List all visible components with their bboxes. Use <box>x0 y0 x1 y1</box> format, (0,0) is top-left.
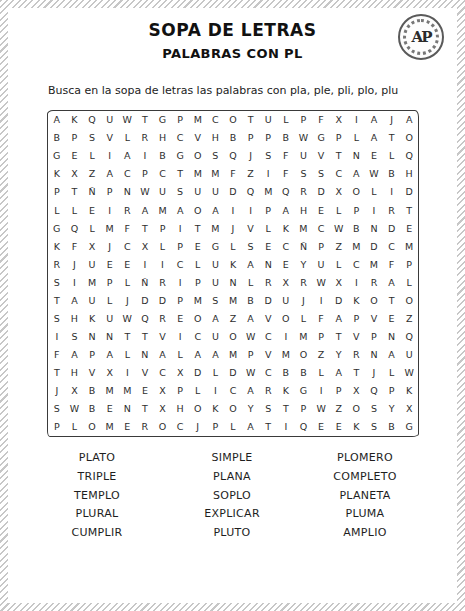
grid-cell[interactable]: I <box>242 201 260 219</box>
grid-cell[interactable]: A <box>383 273 401 291</box>
grid-cell[interactable]: G <box>48 147 66 165</box>
grid-cell[interactable]: W <box>118 111 136 129</box>
grid-cell[interactable]: S <box>312 165 330 183</box>
grid-cell[interactable]: O <box>189 310 207 328</box>
grid-cell[interactable]: T <box>400 201 418 219</box>
grid-cell[interactable]: L <box>242 273 260 291</box>
grid-cell[interactable]: P <box>171 382 189 400</box>
grid-cell[interactable]: A <box>383 346 401 364</box>
grid-cell[interactable]: D <box>400 183 418 201</box>
grid-cell[interactable]: D <box>259 292 277 310</box>
grid-cell[interactable]: O <box>154 418 172 436</box>
grid-cell[interactable]: M <box>365 255 383 273</box>
grid-cell[interactable]: N <box>118 400 136 418</box>
grid-cell[interactable]: W <box>295 129 313 147</box>
grid-cell[interactable]: R <box>136 418 154 436</box>
grid-cell[interactable]: P <box>207 418 225 436</box>
grid-cell[interactable]: P <box>171 111 189 129</box>
grid-cell[interactable]: D <box>383 219 401 237</box>
grid-cell[interactable]: Z <box>312 346 330 364</box>
grid-cell[interactable]: I <box>348 111 366 129</box>
grid-cell[interactable]: P <box>48 183 66 201</box>
grid-cell[interactable]: P <box>330 129 348 147</box>
grid-cell[interactable]: U <box>207 255 225 273</box>
grid-cell[interactable]: C <box>207 111 225 129</box>
grid-cell[interactable]: M <box>154 201 172 219</box>
grid-cell[interactable]: L <box>118 346 136 364</box>
grid-cell[interactable]: K <box>348 292 366 310</box>
grid-cell[interactable]: Z <box>224 310 242 328</box>
grid-cell[interactable]: P <box>83 346 101 364</box>
grid-cell[interactable]: T <box>136 111 154 129</box>
grid-cell[interactable]: S <box>48 310 66 328</box>
grid-cell[interactable]: L <box>118 129 136 147</box>
grid-cell[interactable]: M <box>189 111 207 129</box>
grid-cell[interactable]: R <box>136 129 154 147</box>
grid-cell[interactable]: L <box>154 237 172 255</box>
grid-cell[interactable]: J <box>242 147 260 165</box>
grid-cell[interactable]: C <box>154 165 172 183</box>
grid-cell[interactable]: P <box>312 328 330 346</box>
grid-cell[interactable]: D <box>365 237 383 255</box>
grid-cell[interactable]: T <box>118 328 136 346</box>
grid-cell[interactable]: I <box>171 328 189 346</box>
grid-cell[interactable]: L <box>66 201 84 219</box>
grid-cell[interactable]: X <box>277 273 295 291</box>
grid-cell[interactable]: K <box>277 382 295 400</box>
grid-cell[interactable]: W <box>66 400 84 418</box>
grid-cell[interactable]: B <box>224 129 242 147</box>
grid-cell[interactable]: L <box>365 183 383 201</box>
grid-cell[interactable]: F <box>224 165 242 183</box>
grid-cell[interactable]: L <box>295 310 313 328</box>
grid-cell[interactable]: X <box>330 111 348 129</box>
grid-cell[interactable]: S <box>259 400 277 418</box>
grid-cell[interactable]: G <box>295 382 313 400</box>
grid-cell[interactable]: L <box>259 219 277 237</box>
grid-cell[interactable]: T <box>277 400 295 418</box>
grid-cell[interactable]: N <box>383 328 401 346</box>
grid-cell[interactable]: E <box>83 201 101 219</box>
grid-cell[interactable]: Q <box>242 183 260 201</box>
grid-cell[interactable]: Q <box>83 111 101 129</box>
grid-cell[interactable]: Y <box>242 400 260 418</box>
grid-cell[interactable]: K <box>66 111 84 129</box>
grid-cell[interactable]: N <box>365 346 383 364</box>
grid-cell[interactable]: M <box>295 219 313 237</box>
grid-cell[interactable]: J <box>66 255 84 273</box>
grid-cell[interactable]: P <box>295 400 313 418</box>
grid-cell[interactable]: A <box>101 165 119 183</box>
grid-cell[interactable]: F <box>277 147 295 165</box>
grid-cell[interactable]: P <box>400 255 418 273</box>
grid-cell[interactable]: B <box>348 219 366 237</box>
grid-cell[interactable]: O <box>224 111 242 129</box>
grid-cell[interactable]: B <box>242 292 260 310</box>
grid-cell[interactable]: D <box>312 183 330 201</box>
grid-cell[interactable]: E <box>312 201 330 219</box>
grid-cell[interactable]: C <box>189 328 207 346</box>
grid-cell[interactable]: L <box>330 201 348 219</box>
grid-cell[interactable]: I <box>277 328 295 346</box>
grid-cell[interactable]: S <box>365 400 383 418</box>
grid-cell[interactable]: A <box>66 346 84 364</box>
grid-cell[interactable]: W <box>242 364 260 382</box>
grid-cell[interactable]: E <box>312 418 330 436</box>
grid-cell[interactable]: P <box>101 183 119 201</box>
grid-cell[interactable]: E <box>330 418 348 436</box>
grid-cell[interactable]: Z <box>242 165 260 183</box>
grid-cell[interactable]: X <box>171 364 189 382</box>
grid-cell[interactable]: M <box>277 346 295 364</box>
grid-cell[interactable]: B <box>383 165 401 183</box>
grid-cell[interactable]: P <box>348 310 366 328</box>
grid-cell[interactable]: P <box>101 273 119 291</box>
grid-cell[interactable]: F <box>118 219 136 237</box>
grid-cell[interactable]: A <box>365 129 383 147</box>
grid-cell[interactable]: R <box>259 382 277 400</box>
grid-cell[interactable]: I <box>118 364 136 382</box>
grid-cell[interactable]: X <box>154 400 172 418</box>
grid-cell[interactable]: M <box>118 382 136 400</box>
grid-cell[interactable]: A <box>330 310 348 328</box>
grid-cell[interactable]: T <box>348 364 366 382</box>
grid-cell[interactable]: W <box>118 310 136 328</box>
grid-cell[interactable]: P <box>48 418 66 436</box>
grid-cell[interactable]: P <box>136 165 154 183</box>
grid-cell[interactable]: S <box>207 292 225 310</box>
grid-cell[interactable]: I <box>277 418 295 436</box>
grid-cell[interactable]: O <box>277 310 295 328</box>
grid-cell[interactable]: L <box>189 255 207 273</box>
grid-cell[interactable]: A <box>171 201 189 219</box>
grid-cell[interactable]: L <box>383 147 401 165</box>
grid-cell[interactable]: E <box>400 219 418 237</box>
grid-cell[interactable]: G <box>48 219 66 237</box>
grid-cell[interactable]: Y <box>330 346 348 364</box>
grid-cell[interactable]: H <box>66 364 84 382</box>
grid-cell[interactable]: N <box>259 255 277 273</box>
grid-cell[interactable]: M <box>189 165 207 183</box>
grid-cell[interactable]: H <box>400 165 418 183</box>
grid-cell[interactable]: M <box>101 418 119 436</box>
grid-cell[interactable]: W <box>312 400 330 418</box>
grid-cell[interactable]: O <box>83 418 101 436</box>
grid-cell[interactable]: M <box>101 219 119 237</box>
grid-cell[interactable]: O <box>400 292 418 310</box>
grid-cell[interactable]: B <box>48 129 66 147</box>
grid-cell[interactable]: J <box>189 418 207 436</box>
grid-cell[interactable]: U <box>277 292 295 310</box>
grid-cell[interactable]: M <box>259 183 277 201</box>
grid-cell[interactable]: H <box>171 400 189 418</box>
grid-cell[interactable]: C <box>348 255 366 273</box>
grid-cell[interactable]: S <box>295 165 313 183</box>
grid-cell[interactable]: N <box>348 147 366 165</box>
grid-cell[interactable]: X <box>400 400 418 418</box>
grid-cell[interactable]: B <box>277 129 295 147</box>
grid-cell[interactable]: S <box>259 147 277 165</box>
grid-cell[interactable]: R <box>118 201 136 219</box>
grid-cell[interactable]: G <box>171 147 189 165</box>
grid-cell[interactable]: A <box>118 147 136 165</box>
grid-cell[interactable]: U <box>295 147 313 165</box>
grid-cell[interactable]: A <box>48 111 66 129</box>
grid-cell[interactable]: W <box>242 328 260 346</box>
grid-cell[interactable]: C <box>171 418 189 436</box>
grid-cell[interactable]: T <box>383 129 401 147</box>
grid-cell[interactable]: O <box>189 147 207 165</box>
grid-cell[interactable]: O <box>365 292 383 310</box>
grid-cell[interactable]: R <box>48 255 66 273</box>
grid-cell[interactable]: H <box>154 129 172 147</box>
grid-cell[interactable]: F <box>48 346 66 364</box>
grid-cell[interactable]: Q <box>277 183 295 201</box>
grid-cell[interactable]: P <box>171 237 189 255</box>
grid-cell[interactable]: Q <box>136 310 154 328</box>
grid-cell[interactable]: R <box>348 346 366 364</box>
grid-cell[interactable]: L <box>171 346 189 364</box>
grid-cell[interactable]: X <box>136 237 154 255</box>
grid-cell[interactable]: T <box>171 165 189 183</box>
grid-cell[interactable]: V <box>259 346 277 364</box>
grid-cell[interactable]: L <box>101 292 119 310</box>
grid-cell[interactable]: C <box>118 237 136 255</box>
grid-cell[interactable]: X <box>101 364 119 382</box>
grid-cell[interactable]: N <box>136 346 154 364</box>
grid-cell[interactable]: D <box>189 364 207 382</box>
grid-cell[interactable]: A <box>242 418 260 436</box>
grid-cell[interactable]: Q <box>66 219 84 237</box>
grid-cell[interactable]: L <box>224 418 242 436</box>
grid-cell[interactable]: W <box>400 364 418 382</box>
grid-cell[interactable]: B <box>295 364 313 382</box>
grid-cell[interactable]: M <box>295 328 313 346</box>
grid-cell[interactable]: P <box>365 328 383 346</box>
grid-cell[interactable]: I <box>171 273 189 291</box>
grid-cell[interactable]: E <box>277 255 295 273</box>
grid-cell[interactable]: R <box>365 273 383 291</box>
grid-cell[interactable]: B <box>83 382 101 400</box>
grid-cell[interactable]: J <box>224 219 242 237</box>
grid-cell[interactable]: S <box>242 237 260 255</box>
grid-cell[interactable]: D <box>330 292 348 310</box>
grid-cell[interactable]: K <box>48 237 66 255</box>
grid-cell[interactable]: Y <box>383 400 401 418</box>
grid-cell[interactable]: S <box>83 129 101 147</box>
grid-cell[interactable]: K <box>48 165 66 183</box>
grid-cell[interactable]: V <box>348 328 366 346</box>
grid-cell[interactable]: T <box>330 328 348 346</box>
grid-cell[interactable]: J <box>118 292 136 310</box>
grid-cell[interactable]: I <box>66 273 84 291</box>
grid-cell[interactable]: P <box>66 129 84 147</box>
grid-cell[interactable]: U <box>101 111 119 129</box>
grid-cell[interactable]: E <box>101 255 119 273</box>
grid-cell[interactable]: I <box>101 201 119 219</box>
grid-cell[interactable]: R <box>295 183 313 201</box>
grid-cell[interactable]: L <box>312 364 330 382</box>
grid-cell[interactable]: I <box>365 201 383 219</box>
grid-cell[interactable]: A <box>365 111 383 129</box>
grid-cell[interactable]: C <box>277 237 295 255</box>
grid-cell[interactable]: K <box>207 400 225 418</box>
grid-cell[interactable]: E <box>383 310 401 328</box>
grid-cell[interactable]: P <box>242 129 260 147</box>
grid-cell[interactable]: V <box>189 129 207 147</box>
grid-cell[interactable]: S <box>365 418 383 436</box>
grid-cell[interactable]: Ñ <box>83 183 101 201</box>
grid-cell[interactable]: I <box>101 147 119 165</box>
grid-cell[interactable]: S <box>48 400 66 418</box>
grid-cell[interactable]: I <box>383 183 401 201</box>
grid-cell[interactable]: U <box>312 255 330 273</box>
grid-cell[interactable]: A <box>242 382 260 400</box>
grid-cell[interactable]: P <box>383 382 401 400</box>
grid-cell[interactable]: P <box>259 201 277 219</box>
grid-cell[interactable]: A <box>207 201 225 219</box>
grid-cell[interactable]: A <box>348 165 366 183</box>
grid-cell[interactable]: M <box>207 165 225 183</box>
grid-cell[interactable]: H <box>295 201 313 219</box>
grid-cell[interactable]: K <box>400 382 418 400</box>
grid-cell[interactable]: M <box>224 292 242 310</box>
grid-cell[interactable]: F <box>277 165 295 183</box>
grid-cell[interactable]: N <box>224 273 242 291</box>
grid-cell[interactable]: T <box>330 147 348 165</box>
grid-cell[interactable]: T <box>48 364 66 382</box>
grid-cell[interactable]: M <box>224 346 242 364</box>
grid-cell[interactable]: V <box>154 328 172 346</box>
grid-cell[interactable]: U <box>154 183 172 201</box>
grid-cell[interactable]: T <box>259 418 277 436</box>
grid-cell[interactable]: V <box>259 310 277 328</box>
grid-cell[interactable]: E <box>118 255 136 273</box>
grid-cell[interactable]: I <box>48 328 66 346</box>
grid-cell[interactable]: P <box>348 201 366 219</box>
grid-cell[interactable]: G <box>312 129 330 147</box>
grid-cell[interactable]: T <box>136 328 154 346</box>
grid-cell[interactable]: Q <box>224 147 242 165</box>
grid-cell[interactable]: S <box>48 273 66 291</box>
grid-cell[interactable]: O <box>400 129 418 147</box>
grid-cell[interactable]: M <box>83 273 101 291</box>
grid-cell[interactable]: E <box>136 382 154 400</box>
grid-cell[interactable]: I <box>154 255 172 273</box>
grid-cell[interactable]: R <box>259 273 277 291</box>
grid-cell[interactable]: C <box>154 364 172 382</box>
grid-cell[interactable]: D <box>224 364 242 382</box>
grid-cell[interactable]: V <box>365 310 383 328</box>
grid-cell[interactable]: O <box>189 201 207 219</box>
grid-cell[interactable]: P <box>154 219 172 237</box>
grid-cell[interactable]: I <box>312 382 330 400</box>
grid-cell[interactable]: A <box>330 364 348 382</box>
grid-cell[interactable]: I <box>348 273 366 291</box>
grid-cell[interactable]: E <box>189 237 207 255</box>
grid-cell[interactable]: U <box>101 310 119 328</box>
grid-cell[interactable]: U <box>400 346 418 364</box>
grid-cell[interactable]: X <box>154 382 172 400</box>
grid-cell[interactable]: R <box>383 201 401 219</box>
grid-cell[interactable]: O <box>295 346 313 364</box>
grid-cell[interactable]: M <box>101 382 119 400</box>
grid-cell[interactable]: V <box>101 129 119 147</box>
grid-cell[interactable]: A <box>101 346 119 364</box>
grid-cell[interactable]: U <box>207 273 225 291</box>
grid-cell[interactable]: L <box>83 147 101 165</box>
grid-cell[interactable]: Q <box>365 382 383 400</box>
grid-cell[interactable]: L <box>348 129 366 147</box>
grid-cell[interactable]: S <box>66 328 84 346</box>
grid-cell[interactable]: W <box>365 165 383 183</box>
grid-cell[interactable]: B <box>383 418 401 436</box>
grid-cell[interactable]: L <box>383 364 401 382</box>
grid-cell[interactable]: L <box>48 201 66 219</box>
grid-cell[interactable]: N <box>365 219 383 237</box>
grid-cell[interactable]: X <box>66 382 84 400</box>
grid-cell[interactable]: P <box>189 273 207 291</box>
grid-cell[interactable]: B <box>154 147 172 165</box>
grid-cell[interactable]: Ñ <box>295 237 313 255</box>
grid-cell[interactable]: O <box>224 328 242 346</box>
grid-cell[interactable]: F <box>66 237 84 255</box>
grid-cell[interactable]: V <box>312 147 330 165</box>
grid-cell[interactable]: L <box>330 255 348 273</box>
grid-cell[interactable]: E <box>101 400 119 418</box>
grid-cell[interactable]: Q <box>400 328 418 346</box>
grid-cell[interactable]: K <box>83 310 101 328</box>
grid-cell[interactable]: E <box>118 418 136 436</box>
grid-cell[interactable]: U <box>83 255 101 273</box>
grid-cell[interactable]: S <box>171 183 189 201</box>
grid-cell[interactable]: J <box>365 364 383 382</box>
grid-cell[interactable]: I <box>136 147 154 165</box>
grid-cell[interactable]: E <box>259 237 277 255</box>
grid-cell[interactable]: R <box>295 273 313 291</box>
grid-cell[interactable]: S <box>207 147 225 165</box>
grid-cell[interactable]: K <box>224 255 242 273</box>
grid-cell[interactable]: F <box>312 111 330 129</box>
grid-cell[interactable]: E <box>365 147 383 165</box>
grid-cell[interactable]: T <box>66 183 84 201</box>
grid-cell[interactable]: Z <box>400 310 418 328</box>
grid-cell[interactable]: M <box>348 237 366 255</box>
grid-cell[interactable]: D <box>154 292 172 310</box>
grid-cell[interactable]: N <box>101 328 119 346</box>
grid-cell[interactable]: L <box>66 418 84 436</box>
grid-cell[interactable]: T <box>383 292 401 310</box>
grid-cell[interactable]: Z <box>330 400 348 418</box>
grid-cell[interactable]: C <box>171 129 189 147</box>
grid-cell[interactable]: C <box>118 165 136 183</box>
grid-cell[interactable]: U <box>207 328 225 346</box>
grid-cell[interactable]: V <box>136 364 154 382</box>
grid-cell[interactable]: B <box>83 400 101 418</box>
grid-cell[interactable]: G <box>207 237 225 255</box>
grid-cell[interactable]: W <box>330 219 348 237</box>
grid-cell[interactable]: O <box>189 400 207 418</box>
grid-cell[interactable]: P <box>259 129 277 147</box>
grid-cell[interactable]: V <box>83 364 101 382</box>
grid-cell[interactable]: A <box>207 346 225 364</box>
grid-cell[interactable]: F <box>312 310 330 328</box>
grid-cell[interactable]: U <box>259 111 277 129</box>
grid-cell[interactable]: N <box>118 183 136 201</box>
grid-cell[interactable]: X <box>66 165 84 183</box>
grid-cell[interactable]: J <box>101 237 119 255</box>
grid-cell[interactable]: Y <box>295 255 313 273</box>
